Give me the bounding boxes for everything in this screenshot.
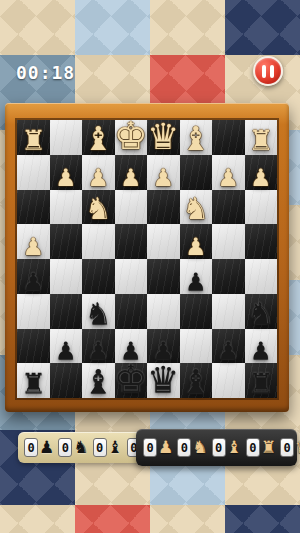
white-pawn-e2[interactable]: ♟ xyxy=(120,166,142,190)
capture-count-value: 0 xyxy=(24,438,38,457)
black-pawn-h5[interactable]: ♟ xyxy=(22,270,44,294)
background-tile xyxy=(150,0,225,55)
capture-count-value: 0 xyxy=(143,438,157,457)
square-a1[interactable]: ♜ xyxy=(245,120,278,155)
white-knight-f3[interactable]: ♞ xyxy=(85,194,112,224)
square-a6[interactable]: ♞ xyxy=(245,294,278,329)
white-bishop-f1[interactable]: ♝ xyxy=(83,122,113,155)
white-rook-h1[interactable]: ♜ xyxy=(21,127,46,155)
square-b1[interactable] xyxy=(212,120,245,155)
black-king-e8[interactable]: ♚ xyxy=(114,360,148,398)
square-c4[interactable]: ♟ xyxy=(180,224,213,259)
square-c7[interactable] xyxy=(180,329,213,364)
capture-counter-white-rook: 0♜ xyxy=(246,438,276,457)
white-pawn-c4[interactable]: ♟ xyxy=(185,235,207,259)
square-d8[interactable]: ♛ xyxy=(147,363,180,398)
white-knight-c3[interactable]: ♞ xyxy=(182,194,209,224)
square-f3[interactable]: ♞ xyxy=(82,190,115,225)
black-pawn-b7[interactable]: ♟ xyxy=(217,339,239,363)
square-b4[interactable] xyxy=(212,224,245,259)
square-b8[interactable] xyxy=(212,363,245,398)
square-e5[interactable] xyxy=(115,259,148,294)
capture-counter-white-pawn: 0♟ xyxy=(143,438,173,457)
white-queen-d1[interactable]: ♛ xyxy=(147,119,179,155)
black-pawn-icon: ♟ xyxy=(39,439,54,456)
square-f4[interactable] xyxy=(82,224,115,259)
white-bishop-c1[interactable]: ♝ xyxy=(181,122,211,155)
white-king-e1[interactable]: ♚ xyxy=(114,117,148,155)
square-e2[interactable]: ♟ xyxy=(115,155,148,190)
square-a7[interactable]: ♟ xyxy=(245,329,278,364)
white-pawn-b2[interactable]: ♟ xyxy=(217,166,239,190)
square-b3[interactable] xyxy=(212,190,245,225)
captured-black-pieces-tray: 0♟0♞0♝0♜ xyxy=(18,432,143,463)
capture-counter-black-bishop: 0♝ xyxy=(93,438,123,457)
black-knight-f6[interactable]: ♞ xyxy=(85,299,112,329)
square-d6[interactable] xyxy=(147,294,180,329)
white-knight-icon: ♞ xyxy=(192,439,207,456)
capture-count-value: 0 xyxy=(93,438,107,457)
capture-count-value: 0 xyxy=(280,438,294,457)
background-tile xyxy=(75,505,150,533)
square-e4[interactable] xyxy=(115,224,148,259)
black-bishop-c8[interactable]: ♝ xyxy=(181,365,211,398)
square-h2[interactable] xyxy=(17,155,50,190)
square-c5[interactable]: ♟ xyxy=(180,259,213,294)
square-g6[interactable] xyxy=(50,294,83,329)
square-c8[interactable]: ♝ xyxy=(180,363,213,398)
square-b7[interactable]: ♟ xyxy=(212,329,245,364)
white-pawn-h4[interactable]: ♟ xyxy=(22,235,44,259)
square-e1[interactable]: ♚ xyxy=(115,120,148,155)
square-b2[interactable]: ♟ xyxy=(212,155,245,190)
background-tile xyxy=(150,505,225,533)
capture-counter-black-knight: 0♞ xyxy=(58,438,88,457)
black-knight-icon: ♞ xyxy=(73,439,88,456)
capture-count-value: 0 xyxy=(58,438,72,457)
square-d5[interactable] xyxy=(147,259,180,294)
square-h5[interactable]: ♟ xyxy=(17,259,50,294)
captured-white-pieces-tray: 0♟0♞0♝0♜0♛ xyxy=(136,429,297,466)
black-rook-h8[interactable]: ♜ xyxy=(21,370,46,398)
app-screen: 00:18 ♜♝♚♛♝♜♟♟♟♟♟♟♞♞♟♟♟♟♞♞♟♟♟♟♟♟♜♝♚♛♝♜ 0… xyxy=(0,0,300,533)
capture-count-value: 0 xyxy=(246,438,260,457)
square-h6[interactable] xyxy=(17,294,50,329)
square-f7[interactable]: ♟ xyxy=(82,329,115,364)
square-c1[interactable]: ♝ xyxy=(180,120,213,155)
background-tile xyxy=(225,505,300,533)
capture-counter-white-knight: 0♞ xyxy=(177,438,207,457)
square-f2[interactable]: ♟ xyxy=(82,155,115,190)
square-d2[interactable]: ♟ xyxy=(147,155,180,190)
square-d4[interactable] xyxy=(147,224,180,259)
square-h3[interactable] xyxy=(17,190,50,225)
capture-count-value: 0 xyxy=(177,438,191,457)
square-c3[interactable]: ♞ xyxy=(180,190,213,225)
black-bishop-f8[interactable]: ♝ xyxy=(83,365,113,398)
white-pawn-d2[interactable]: ♟ xyxy=(152,166,174,190)
square-h8[interactable]: ♜ xyxy=(17,363,50,398)
black-pawn-a7[interactable]: ♟ xyxy=(250,339,272,363)
black-pawn-f7[interactable]: ♟ xyxy=(87,339,109,363)
square-b6[interactable] xyxy=(212,294,245,329)
square-g3[interactable] xyxy=(50,190,83,225)
white-rook-a1[interactable]: ♜ xyxy=(248,127,273,155)
square-g2[interactable]: ♟ xyxy=(50,155,83,190)
square-e3[interactable] xyxy=(115,190,148,225)
white-pawn-f2[interactable]: ♟ xyxy=(87,166,109,190)
game-timer: 00:18 xyxy=(16,62,75,83)
pause-icon xyxy=(270,65,274,78)
white-bishop-icon: ♝ xyxy=(227,439,242,456)
black-rook-a8[interactable]: ♜ xyxy=(248,370,273,398)
square-g4[interactable] xyxy=(50,224,83,259)
square-f5[interactable] xyxy=(82,259,115,294)
square-h7[interactable] xyxy=(17,329,50,364)
black-knight-a6[interactable]: ♞ xyxy=(247,299,274,329)
background-tile xyxy=(0,505,75,533)
square-b5[interactable] xyxy=(212,259,245,294)
square-g1[interactable] xyxy=(50,120,83,155)
black-queen-d8[interactable]: ♛ xyxy=(147,362,179,398)
white-queen-icon: ♛ xyxy=(295,439,300,456)
white-pawn-g2[interactable]: ♟ xyxy=(55,166,77,190)
black-pawn-g7[interactable]: ♟ xyxy=(55,339,77,363)
square-h4[interactable]: ♟ xyxy=(17,224,50,259)
square-g8[interactable] xyxy=(50,363,83,398)
chess-board: ♜♝♚♛♝♜♟♟♟♟♟♟♞♞♟♟♟♟♞♞♟♟♟♟♟♟♜♝♚♛♝♜ xyxy=(17,120,277,398)
capture-counter-black-pawn: 0♟ xyxy=(24,438,54,457)
background-tile xyxy=(0,0,75,55)
square-g7[interactable]: ♟ xyxy=(50,329,83,364)
pause-icon xyxy=(262,65,266,78)
pause-button[interactable] xyxy=(253,56,283,86)
white-rook-icon: ♜ xyxy=(261,439,276,456)
square-e6[interactable] xyxy=(115,294,148,329)
square-g5[interactable] xyxy=(50,259,83,294)
background-tile xyxy=(225,0,300,55)
square-a4[interactable] xyxy=(245,224,278,259)
capture-counter-white-queen: 0♛ xyxy=(280,438,300,457)
square-f6[interactable]: ♞ xyxy=(82,294,115,329)
white-pawn-a2[interactable]: ♟ xyxy=(250,166,272,190)
square-a2[interactable]: ♟ xyxy=(245,155,278,190)
square-c2[interactable] xyxy=(180,155,213,190)
capture-counter-white-bishop: 0♝ xyxy=(212,438,242,457)
square-f8[interactable]: ♝ xyxy=(82,363,115,398)
square-e8[interactable]: ♚ xyxy=(115,363,148,398)
black-bishop-icon: ♝ xyxy=(108,439,123,456)
square-h1[interactable]: ♜ xyxy=(17,120,50,155)
square-a3[interactable] xyxy=(245,190,278,225)
square-c6[interactable] xyxy=(180,294,213,329)
capture-count-value: 0 xyxy=(212,438,226,457)
square-d3[interactable] xyxy=(147,190,180,225)
square-d1[interactable]: ♛ xyxy=(147,120,180,155)
white-pawn-icon: ♟ xyxy=(158,439,173,456)
square-a5[interactable] xyxy=(245,259,278,294)
background-tile xyxy=(75,0,150,55)
square-a8[interactable]: ♜ xyxy=(245,363,278,398)
black-pawn-c5[interactable]: ♟ xyxy=(185,270,207,294)
square-f1[interactable]: ♝ xyxy=(82,120,115,155)
